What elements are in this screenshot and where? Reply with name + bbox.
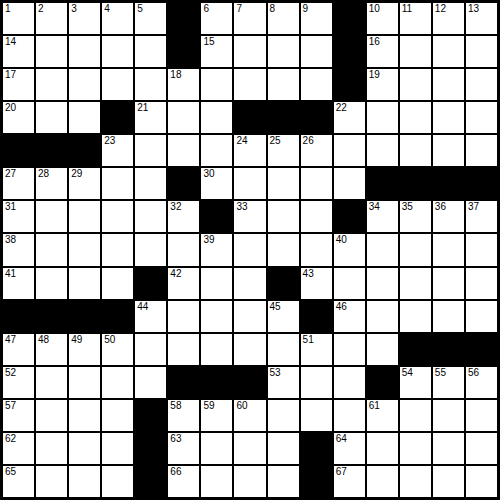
clue-number: 8	[270, 3, 276, 15]
cell-r13c8[interactable]: 60	[234, 400, 265, 431]
cell-r15c13[interactable]	[400, 466, 431, 497]
clue-number: 62	[5, 433, 16, 445]
cell-r15c6[interactable]: 66	[168, 466, 199, 497]
cell-r8c14[interactable]	[433, 234, 464, 265]
cell-r1c3[interactable]: 3	[69, 3, 100, 34]
clue-number: 61	[369, 400, 380, 412]
black-cell-r4c10	[301, 102, 332, 133]
cell-r7c9[interactable]	[268, 201, 299, 232]
cell-r14c7[interactable]	[201, 433, 232, 464]
cell-r3c3[interactable]	[69, 69, 100, 100]
clue-number: 23	[104, 135, 115, 147]
cell-r13c10[interactable]	[301, 400, 332, 431]
cell-r8c15[interactable]	[466, 234, 497, 265]
clue-number: 18	[170, 69, 181, 81]
cell-r6c7[interactable]: 30	[201, 168, 232, 199]
cell-r8c8[interactable]	[234, 234, 265, 265]
black-cell-r14c10	[301, 433, 332, 464]
cell-r15c3[interactable]	[69, 466, 100, 497]
cell-r1c14[interactable]: 12	[433, 3, 464, 34]
cell-r11c5[interactable]	[135, 334, 166, 365]
cell-r12c9[interactable]: 53	[268, 367, 299, 398]
cell-r5c6[interactable]	[168, 135, 199, 166]
cell-r13c4[interactable]	[102, 400, 133, 431]
cell-r7c1[interactable]: 31	[3, 201, 34, 232]
cell-r2c14[interactable]	[433, 36, 464, 67]
cell-r12c1[interactable]: 52	[3, 367, 34, 398]
cell-r13c7[interactable]: 59	[201, 400, 232, 431]
clue-number: 22	[336, 102, 347, 114]
clue-number: 38	[5, 234, 16, 246]
cell-r6c11[interactable]	[334, 168, 365, 199]
clue-number: 36	[435, 201, 446, 213]
cell-r3c14[interactable]	[433, 69, 464, 100]
cell-r5c13[interactable]	[400, 135, 431, 166]
cell-r10c12[interactable]	[367, 301, 398, 332]
cell-r15c14[interactable]	[433, 466, 464, 497]
cell-r7c13[interactable]: 35	[400, 201, 431, 232]
clue-number: 12	[435, 3, 446, 15]
black-cell-r4c4	[102, 102, 133, 133]
clue-number: 50	[104, 334, 115, 346]
clue-number: 67	[336, 466, 347, 478]
clue-number: 52	[5, 367, 16, 379]
cell-r2c12[interactable]: 16	[367, 36, 398, 67]
cell-r1c13[interactable]: 11	[400, 3, 431, 34]
clue-number: 45	[270, 301, 281, 313]
cell-r13c12[interactable]: 61	[367, 400, 398, 431]
clue-number: 32	[170, 201, 181, 213]
cell-r3c1[interactable]: 17	[3, 69, 34, 100]
cell-r2c2[interactable]	[36, 36, 67, 67]
clue-number: 33	[236, 201, 247, 213]
cell-r8c10[interactable]	[301, 234, 332, 265]
cell-r3c5[interactable]	[135, 69, 166, 100]
cell-r5c9[interactable]: 25	[268, 135, 299, 166]
clue-number: 48	[38, 334, 49, 346]
cell-r14c9[interactable]	[268, 433, 299, 464]
cell-r14c3[interactable]	[69, 433, 100, 464]
cell-r11c10[interactable]: 51	[301, 334, 332, 365]
cell-r9c11[interactable]	[334, 268, 365, 299]
cell-r4c1[interactable]: 20	[3, 102, 34, 133]
cell-r10c6[interactable]	[168, 301, 199, 332]
cell-r4c14[interactable]	[433, 102, 464, 133]
cell-r6c1[interactable]: 27	[3, 168, 34, 199]
cell-r15c8[interactable]	[234, 466, 265, 497]
black-cell-r7c7	[201, 201, 232, 232]
cell-r7c12[interactable]: 34	[367, 201, 398, 232]
black-cell-r5c3	[69, 135, 100, 166]
clue-number: 4	[104, 3, 110, 15]
cell-r5c11[interactable]	[334, 135, 365, 166]
cell-r7c15[interactable]: 37	[466, 201, 497, 232]
clue-number: 54	[402, 367, 413, 379]
clue-number: 46	[336, 301, 347, 313]
cell-r3c2[interactable]	[36, 69, 67, 100]
black-cell-r6c12	[367, 168, 398, 199]
black-cell-r5c1	[3, 135, 34, 166]
cell-r15c12[interactable]	[367, 466, 398, 497]
cell-r1c8[interactable]: 7	[234, 3, 265, 34]
cell-r2c9[interactable]	[268, 36, 299, 67]
cell-r3c4[interactable]	[102, 69, 133, 100]
cell-r13c2[interactable]	[36, 400, 67, 431]
clue-number: 64	[336, 433, 347, 445]
clue-number: 47	[5, 334, 16, 346]
clue-number: 16	[369, 36, 380, 48]
cell-r9c14[interactable]	[433, 268, 464, 299]
cell-r3c8[interactable]	[234, 69, 265, 100]
cell-r12c5[interactable]	[135, 367, 166, 398]
clue-number: 3	[71, 3, 77, 15]
cell-r11c11[interactable]	[334, 334, 365, 365]
cell-r6c10[interactable]	[301, 168, 332, 199]
black-cell-r3c11	[334, 69, 365, 100]
cell-r14c15[interactable]	[466, 433, 497, 464]
cell-r5c12[interactable]	[367, 135, 398, 166]
cell-r1c5[interactable]: 5	[135, 3, 166, 34]
clue-number: 14	[5, 36, 16, 48]
black-cell-r9c5	[135, 268, 166, 299]
cell-r9c2[interactable]	[36, 268, 67, 299]
clue-number: 30	[203, 168, 214, 180]
black-cell-r10c10	[301, 301, 332, 332]
cell-r2c15[interactable]	[466, 36, 497, 67]
clue-number: 41	[5, 268, 16, 280]
clue-number: 63	[170, 433, 181, 445]
cell-r6c5[interactable]	[135, 168, 166, 199]
cell-r2c3[interactable]	[69, 36, 100, 67]
cell-r10c13[interactable]	[400, 301, 431, 332]
black-cell-r11c14	[433, 334, 464, 365]
cell-r10c9[interactable]: 45	[268, 301, 299, 332]
cell-r1c1[interactable]: 1	[3, 3, 34, 34]
cell-r9c1[interactable]: 41	[3, 268, 34, 299]
black-cell-r15c10	[301, 466, 332, 497]
black-cell-r12c8	[234, 367, 265, 398]
cell-r14c12[interactable]	[367, 433, 398, 464]
cell-r5c5[interactable]	[135, 135, 166, 166]
cell-r12c10[interactable]	[301, 367, 332, 398]
cell-r9c10[interactable]: 43	[301, 268, 332, 299]
clue-number: 37	[468, 201, 479, 213]
clue-number: 43	[303, 268, 314, 280]
cell-r6c3[interactable]: 29	[69, 168, 100, 199]
black-cell-r14c5	[135, 433, 166, 464]
cell-r5c10[interactable]: 26	[301, 135, 332, 166]
cell-r13c15[interactable]	[466, 400, 497, 431]
clue-number: 24	[236, 135, 247, 147]
clue-number: 57	[5, 400, 16, 412]
cell-r9c7[interactable]	[201, 268, 232, 299]
clue-number: 56	[468, 367, 479, 379]
black-cell-r1c11	[334, 3, 365, 34]
clue-number: 26	[303, 135, 314, 147]
black-cell-r6c15	[466, 168, 497, 199]
clue-number: 9	[303, 3, 309, 15]
cell-r7c4[interactable]	[102, 201, 133, 232]
clue-number: 42	[170, 268, 181, 280]
cell-r2c8[interactable]	[234, 36, 265, 67]
cell-r5c7[interactable]	[201, 135, 232, 166]
black-cell-r15c5	[135, 466, 166, 497]
cell-r2c4[interactable]	[102, 36, 133, 67]
cell-r7c3[interactable]	[69, 201, 100, 232]
clue-number: 1	[5, 3, 11, 15]
cell-r3c12[interactable]: 19	[367, 69, 398, 100]
clue-number: 13	[468, 3, 479, 15]
cell-r1c15[interactable]: 13	[466, 3, 497, 34]
cell-r13c14[interactable]	[433, 400, 464, 431]
cell-r6c4[interactable]	[102, 168, 133, 199]
cell-r4c15[interactable]	[466, 102, 497, 133]
black-cell-r2c6	[168, 36, 199, 67]
cell-r3c15[interactable]	[466, 69, 497, 100]
clue-number: 28	[38, 168, 49, 180]
cell-r11c12[interactable]	[367, 334, 398, 365]
black-cell-r4c9	[268, 102, 299, 133]
cell-r14c2[interactable]	[36, 433, 67, 464]
black-cell-r10c4	[102, 301, 133, 332]
cell-r4c3[interactable]	[69, 102, 100, 133]
crossword-grid: 1234567891011121314151617181920212223242…	[0, 0, 500, 500]
cell-r8c12[interactable]	[367, 234, 398, 265]
cell-r13c3[interactable]	[69, 400, 100, 431]
black-cell-r10c2	[36, 301, 67, 332]
cell-r11c1[interactable]: 47	[3, 334, 34, 365]
cell-r11c4[interactable]: 50	[102, 334, 133, 365]
cell-r14c1[interactable]: 62	[3, 433, 34, 464]
cell-r14c6[interactable]: 63	[168, 433, 199, 464]
cell-r11c6[interactable]	[168, 334, 199, 365]
cell-r12c11[interactable]	[334, 367, 365, 398]
clue-number: 17	[5, 69, 16, 81]
cell-r10c5[interactable]: 44	[135, 301, 166, 332]
clue-number: 66	[170, 466, 181, 478]
clue-number: 35	[402, 201, 413, 213]
cell-r8c2[interactable]	[36, 234, 67, 265]
cell-r9c13[interactable]	[400, 268, 431, 299]
cell-r8c4[interactable]	[102, 234, 133, 265]
cell-r8c6[interactable]	[168, 234, 199, 265]
cell-r8c11[interactable]: 40	[334, 234, 365, 265]
cell-r5c15[interactable]	[466, 135, 497, 166]
cell-r2c5[interactable]	[135, 36, 166, 67]
cell-r14c13[interactable]	[400, 433, 431, 464]
clue-number: 27	[5, 168, 16, 180]
black-cell-r10c1	[3, 301, 34, 332]
black-cell-r10c3	[69, 301, 100, 332]
cell-r5c4[interactable]: 23	[102, 135, 133, 166]
black-cell-r12c12	[367, 367, 398, 398]
cell-r2c10[interactable]	[301, 36, 332, 67]
cell-r11c9[interactable]	[268, 334, 299, 365]
cell-r9c15[interactable]	[466, 268, 497, 299]
black-cell-r9c9	[268, 268, 299, 299]
clue-number: 25	[270, 135, 281, 147]
clue-number: 65	[5, 466, 16, 478]
cell-r10c7[interactable]	[201, 301, 232, 332]
cell-r13c11[interactable]	[334, 400, 365, 431]
cell-r8c5[interactable]	[135, 234, 166, 265]
cell-r10c11[interactable]: 46	[334, 301, 365, 332]
clue-number: 31	[5, 201, 16, 213]
clue-number: 20	[5, 102, 16, 114]
cell-r1c10[interactable]: 9	[301, 3, 332, 34]
cell-r14c14[interactable]	[433, 433, 464, 464]
cell-r9c4[interactable]	[102, 268, 133, 299]
clue-number: 55	[435, 367, 446, 379]
cell-r10c14[interactable]	[433, 301, 464, 332]
clue-number: 29	[71, 168, 82, 180]
cell-r4c11[interactable]: 22	[334, 102, 365, 133]
cell-r1c7[interactable]: 6	[201, 3, 232, 34]
clue-number: 5	[137, 3, 143, 15]
cell-r12c15[interactable]: 56	[466, 367, 497, 398]
cell-r11c8[interactable]	[234, 334, 265, 365]
black-cell-r1c6	[168, 3, 199, 34]
clue-number: 15	[203, 36, 214, 48]
cell-r10c15[interactable]	[466, 301, 497, 332]
cell-r14c11[interactable]: 64	[334, 433, 365, 464]
clue-number: 44	[137, 301, 148, 313]
cell-r2c1[interactable]: 14	[3, 36, 34, 67]
clue-number: 2	[38, 3, 44, 15]
cell-r1c4[interactable]: 4	[102, 3, 133, 34]
cell-r15c7[interactable]	[201, 466, 232, 497]
cell-r2c7[interactable]: 15	[201, 36, 232, 67]
black-cell-r6c14	[433, 168, 464, 199]
black-cell-r7c11	[334, 201, 365, 232]
clue-number: 19	[369, 69, 380, 81]
cell-r11c2[interactable]: 48	[36, 334, 67, 365]
black-cell-r6c6	[168, 168, 199, 199]
clue-number: 59	[203, 400, 214, 412]
clue-number: 7	[236, 3, 242, 15]
black-cell-r5c2	[36, 135, 67, 166]
cell-r5c14[interactable]	[433, 135, 464, 166]
cell-r12c14[interactable]: 55	[433, 367, 464, 398]
cell-r3c10[interactable]	[301, 69, 332, 100]
cell-r7c5[interactable]	[135, 201, 166, 232]
cell-r1c12[interactable]: 10	[367, 3, 398, 34]
cell-r13c13[interactable]	[400, 400, 431, 431]
cell-r9c8[interactable]	[234, 268, 265, 299]
cell-r7c14[interactable]: 36	[433, 201, 464, 232]
clue-number: 11	[402, 3, 412, 15]
clue-number: 6	[203, 3, 209, 15]
cell-r4c7[interactable]	[201, 102, 232, 133]
cell-r2c13[interactable]	[400, 36, 431, 67]
cell-r6c2[interactable]: 28	[36, 168, 67, 199]
cell-r4c12[interactable]	[367, 102, 398, 133]
cell-r7c2[interactable]	[36, 201, 67, 232]
cell-r15c2[interactable]	[36, 466, 67, 497]
cell-r15c11[interactable]: 67	[334, 466, 365, 497]
cell-r14c8[interactable]	[234, 433, 265, 464]
cell-r12c3[interactable]	[69, 367, 100, 398]
clue-number: 40	[336, 234, 347, 246]
clue-number: 51	[303, 334, 314, 346]
cell-r15c15[interactable]	[466, 466, 497, 497]
cell-r4c5[interactable]: 21	[135, 102, 166, 133]
cell-r9c12[interactable]	[367, 268, 398, 299]
cell-r15c1[interactable]: 65	[3, 466, 34, 497]
cell-r6c8[interactable]	[234, 168, 265, 199]
cell-r12c2[interactable]	[36, 367, 67, 398]
clue-number: 21	[137, 102, 148, 114]
cell-r8c13[interactable]	[400, 234, 431, 265]
cell-r14c4[interactable]	[102, 433, 133, 464]
cell-r11c7[interactable]	[201, 334, 232, 365]
cell-r7c6[interactable]: 32	[168, 201, 199, 232]
cell-r1c9[interactable]: 8	[268, 3, 299, 34]
clue-number: 39	[203, 234, 214, 246]
clue-number: 10	[369, 3, 380, 15]
cell-r10c8[interactable]	[234, 301, 265, 332]
cell-r7c10[interactable]	[301, 201, 332, 232]
cell-r15c9[interactable]	[268, 466, 299, 497]
clue-number: 53	[270, 367, 281, 379]
cell-r7c8[interactable]: 33	[234, 201, 265, 232]
black-cell-r4c8	[234, 102, 265, 133]
cell-r4c2[interactable]	[36, 102, 67, 133]
cell-r12c4[interactable]	[102, 367, 133, 398]
cell-r8c1[interactable]: 38	[3, 234, 34, 265]
black-cell-r13c5	[135, 400, 166, 431]
cell-r13c9[interactable]	[268, 400, 299, 431]
cell-r3c9[interactable]	[268, 69, 299, 100]
cell-r3c6[interactable]: 18	[168, 69, 199, 100]
cell-r9c6[interactable]: 42	[168, 268, 199, 299]
cell-r5c8[interactable]: 24	[234, 135, 265, 166]
cell-r8c7[interactable]: 39	[201, 234, 232, 265]
cell-r3c13[interactable]	[400, 69, 431, 100]
cell-r15c4[interactable]	[102, 466, 133, 497]
clue-number: 60	[236, 400, 247, 412]
cell-r8c3[interactable]	[69, 234, 100, 265]
cell-r6c9[interactable]	[268, 168, 299, 199]
cell-r11c3[interactable]: 49	[69, 334, 100, 365]
black-cell-r6c13	[400, 168, 431, 199]
black-cell-r12c7	[201, 367, 232, 398]
cell-r3c7[interactable]	[201, 69, 232, 100]
cell-r13c1[interactable]: 57	[3, 400, 34, 431]
cell-r12c13[interactable]: 54	[400, 367, 431, 398]
black-cell-r12c6	[168, 367, 199, 398]
clue-number: 49	[71, 334, 82, 346]
cell-r4c13[interactable]	[400, 102, 431, 133]
cell-r4c6[interactable]	[168, 102, 199, 133]
black-cell-r2c11	[334, 36, 365, 67]
clue-number: 34	[369, 201, 380, 213]
cell-r8c9[interactable]	[268, 234, 299, 265]
cell-r9c3[interactable]	[69, 268, 100, 299]
clue-number: 58	[170, 400, 181, 412]
black-cell-r11c15	[466, 334, 497, 365]
cell-r13c6[interactable]: 58	[168, 400, 199, 431]
black-cell-r11c13	[400, 334, 431, 365]
cell-r1c2[interactable]: 2	[36, 3, 67, 34]
